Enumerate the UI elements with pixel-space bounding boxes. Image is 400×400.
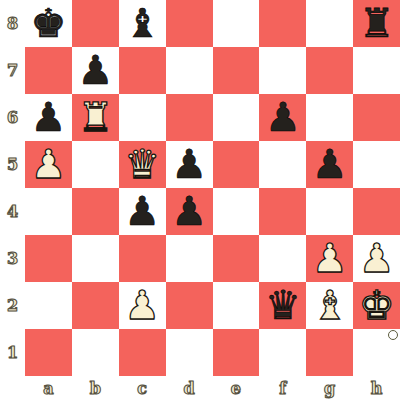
rank-label-1: 1: [0, 329, 25, 376]
piece-white-pawn[interactable]: ♟: [359, 238, 395, 278]
square-c4[interactable]: ♟: [119, 188, 166, 235]
square-d4[interactable]: ♟: [166, 188, 213, 235]
file-label-e: e: [213, 376, 260, 400]
square-b3[interactable]: [72, 235, 119, 282]
square-a8[interactable]: ♚: [25, 0, 72, 47]
file-label-a: a: [25, 376, 72, 400]
piece-black-queen[interactable]: ♛: [265, 285, 301, 325]
square-f4[interactable]: [259, 188, 306, 235]
file-label-g: g: [306, 376, 353, 400]
square-g6[interactable]: [306, 94, 353, 141]
piece-black-pawn[interactable]: ♟: [77, 50, 113, 90]
square-f2[interactable]: ♛: [259, 282, 306, 329]
piece-black-king[interactable]: ♚: [31, 3, 67, 43]
square-f1[interactable]: [259, 329, 306, 376]
square-a3[interactable]: [25, 235, 72, 282]
square-d1[interactable]: [166, 329, 213, 376]
square-a5[interactable]: ♟: [25, 141, 72, 188]
piece-white-rook[interactable]: ♜: [77, 97, 113, 137]
square-d7[interactable]: [166, 47, 213, 94]
square-e8[interactable]: [213, 0, 260, 47]
piece-black-pawn[interactable]: ♟: [31, 97, 67, 137]
square-g4[interactable]: [306, 188, 353, 235]
square-h7[interactable]: [353, 47, 400, 94]
rank-label-8: 8: [0, 0, 25, 47]
square-e5[interactable]: [213, 141, 260, 188]
square-b6[interactable]: ♜: [72, 94, 119, 141]
square-h8[interactable]: ♜: [353, 0, 400, 47]
piece-black-rook[interactable]: ♜: [359, 3, 395, 43]
file-label-c: c: [119, 376, 166, 400]
file-label-d: d: [166, 376, 213, 400]
square-h2[interactable]: ♚: [353, 282, 400, 329]
square-c7[interactable]: [119, 47, 166, 94]
square-e3[interactable]: [213, 235, 260, 282]
square-e2[interactable]: [213, 282, 260, 329]
square-f8[interactable]: [259, 0, 306, 47]
file-label-f: f: [259, 376, 306, 400]
rank-label-2: 2: [0, 282, 25, 329]
square-c8[interactable]: ♝: [119, 0, 166, 47]
rank-labels: 87654321: [0, 0, 25, 376]
square-a4[interactable]: [25, 188, 72, 235]
square-c1[interactable]: [119, 329, 166, 376]
piece-black-pawn[interactable]: ♟: [171, 144, 207, 184]
file-label-h: h: [353, 376, 400, 400]
square-e4[interactable]: [213, 188, 260, 235]
square-h3[interactable]: ♟: [353, 235, 400, 282]
piece-white-pawn[interactable]: ♟: [124, 285, 160, 325]
square-f7[interactable]: [259, 47, 306, 94]
square-d5[interactable]: ♟: [166, 141, 213, 188]
chess-board-screenshot: 87654321 ♚♝♜♟♟♜♟♟♛♟♟♟♟♟♟♟♛♝♚ abcdefgh: [0, 0, 400, 400]
chess-board[interactable]: ♚♝♜♟♟♜♟♟♛♟♟♟♟♟♟♟♛♝♚: [25, 0, 400, 376]
piece-white-bishop[interactable]: ♝: [312, 285, 348, 325]
square-g1[interactable]: [306, 329, 353, 376]
square-b7[interactable]: ♟: [72, 47, 119, 94]
square-d8[interactable]: [166, 0, 213, 47]
square-h4[interactable]: [353, 188, 400, 235]
square-e7[interactable]: [213, 47, 260, 94]
square-a2[interactable]: [25, 282, 72, 329]
white-to-move-indicator: [388, 330, 398, 340]
square-d6[interactable]: [166, 94, 213, 141]
square-c3[interactable]: [119, 235, 166, 282]
square-b8[interactable]: [72, 0, 119, 47]
square-f5[interactable]: [259, 141, 306, 188]
square-a1[interactable]: [25, 329, 72, 376]
square-h5[interactable]: [353, 141, 400, 188]
rank-label-7: 7: [0, 47, 25, 94]
square-d3[interactable]: [166, 235, 213, 282]
square-b5[interactable]: [72, 141, 119, 188]
file-labels: abcdefgh: [25, 376, 400, 400]
square-h6[interactable]: [353, 94, 400, 141]
rank-label-4: 4: [0, 188, 25, 235]
square-d2[interactable]: [166, 282, 213, 329]
piece-black-pawn[interactable]: ♟: [124, 191, 160, 231]
square-f3[interactable]: [259, 235, 306, 282]
square-b4[interactable]: [72, 188, 119, 235]
piece-white-queen[interactable]: ♛: [124, 144, 160, 184]
square-c2[interactable]: ♟: [119, 282, 166, 329]
rank-label-5: 5: [0, 141, 25, 188]
square-e6[interactable]: [213, 94, 260, 141]
rank-label-6: 6: [0, 94, 25, 141]
piece-black-pawn[interactable]: ♟: [312, 144, 348, 184]
piece-white-king[interactable]: ♚: [359, 285, 395, 325]
square-g7[interactable]: [306, 47, 353, 94]
piece-black-pawn[interactable]: ♟: [171, 191, 207, 231]
piece-white-pawn[interactable]: ♟: [312, 238, 348, 278]
square-b2[interactable]: [72, 282, 119, 329]
square-g8[interactable]: [306, 0, 353, 47]
piece-black-pawn[interactable]: ♟: [265, 97, 301, 137]
square-g5[interactable]: ♟: [306, 141, 353, 188]
square-f6[interactable]: ♟: [259, 94, 306, 141]
rank-label-3: 3: [0, 235, 25, 282]
square-e1[interactable]: [213, 329, 260, 376]
square-a7[interactable]: [25, 47, 72, 94]
piece-white-pawn[interactable]: ♟: [31, 144, 67, 184]
square-c5[interactable]: ♛: [119, 141, 166, 188]
piece-black-bishop[interactable]: ♝: [124, 3, 160, 43]
square-b1[interactable]: [72, 329, 119, 376]
file-label-b: b: [72, 376, 119, 400]
square-a6[interactable]: ♟: [25, 94, 72, 141]
square-g3[interactable]: ♟: [306, 235, 353, 282]
square-c6[interactable]: [119, 94, 166, 141]
square-g2[interactable]: ♝: [306, 282, 353, 329]
